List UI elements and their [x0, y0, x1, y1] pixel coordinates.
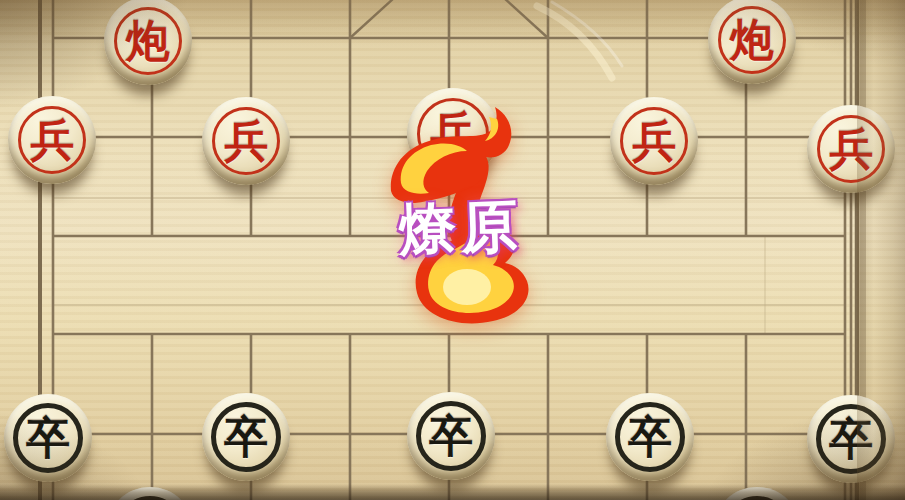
piece-black-soldier[interactable]: 卒 [407, 392, 495, 480]
piece-character: 卒 [4, 394, 92, 482]
piece-character: 卒 [202, 393, 290, 481]
piece-red-soldier[interactable]: 兵 [202, 97, 290, 185]
piece-red-soldier[interactable]: 兵 [610, 97, 698, 185]
piece-red-cannon[interactable]: 炮 [104, 0, 192, 85]
piece-black-soldier[interactable]: 卒 [606, 393, 694, 481]
piece-character: 炮 [708, 0, 796, 84]
piece-black-cannon[interactable]: 炮 [106, 487, 194, 500]
piece-character: 兵 [610, 97, 698, 185]
piece-character: 兵 [8, 96, 96, 184]
piece-character: 兵 [807, 105, 895, 193]
piece-character: 炮 [106, 487, 194, 500]
piece-character: 炮 [713, 487, 801, 500]
skill-effect-text: 燎原 [398, 191, 550, 268]
piece-character: 卒 [807, 395, 895, 483]
xiangqi-board[interactable]: 炮炮兵兵兵兵兵卒卒卒卒卒炮炮 燎原 [0, 0, 905, 500]
piece-red-soldier[interactable]: 兵 [807, 105, 895, 193]
piece-red-cannon[interactable]: 炮 [708, 0, 796, 84]
piece-character: 炮 [104, 0, 192, 85]
piece-character: 卒 [606, 393, 694, 481]
piece-character: 卒 [407, 392, 495, 480]
piece-black-soldier[interactable]: 卒 [202, 393, 290, 481]
piece-black-cannon[interactable]: 炮 [713, 487, 801, 500]
piece-black-soldier[interactable]: 卒 [4, 394, 92, 482]
piece-black-soldier[interactable]: 卒 [807, 395, 895, 483]
piece-red-soldier[interactable]: 兵 [8, 96, 96, 184]
piece-character: 兵 [202, 97, 290, 185]
